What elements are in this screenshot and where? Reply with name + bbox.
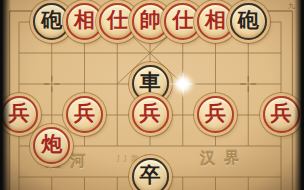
piece-glyph: 兵 <box>9 103 30 124</box>
xiangqi-piece[interactable]: 仕 <box>164 3 201 40</box>
xiangqi-piece[interactable]: 卒 <box>132 158 169 190</box>
xiangqi-piece[interactable]: 帥 <box>132 3 169 40</box>
xiangqi-piece[interactable]: 兵 <box>132 96 169 133</box>
xiangqi-piece[interactable]: 相 <box>66 3 103 40</box>
piece-glyph: 兵 <box>140 103 161 124</box>
xiangqi-piece[interactable]: 砲 <box>33 3 70 40</box>
xiangqi-piece[interactable]: 砲 <box>230 3 267 40</box>
xiangqi-piece[interactable]: 仕 <box>99 3 136 40</box>
xiangqi-piece[interactable]: 兵 <box>66 96 103 133</box>
xiangqi-piece[interactable]: 兵 <box>197 96 234 133</box>
piece-glyph: 兵 <box>271 103 292 124</box>
xiangqi-piece[interactable]: 炮 <box>33 127 70 164</box>
piece-glyph: 炮 <box>41 134 62 155</box>
piece-glyph: 仕 <box>107 10 128 31</box>
piece-glyph: 砲 <box>41 10 62 31</box>
xiangqi-app-frame: 楚河 JJ象棋 汉界 九 砲相仕帥仕相砲車兵兵兵兵兵炮卒 <box>0 0 304 190</box>
file-coordinate-label: 九 <box>288 1 295 11</box>
xiangqi-piece[interactable]: 相 <box>197 3 234 40</box>
piece-glyph: 帥 <box>140 10 161 31</box>
piece-glyph: 砲 <box>238 10 259 31</box>
piece-glyph: 卒 <box>140 165 161 186</box>
xiangqi-piece[interactable]: 兵 <box>263 96 300 133</box>
piece-glyph: 兵 <box>74 103 95 124</box>
piece-glyph: 相 <box>205 10 226 31</box>
piece-glyph: 車 <box>140 72 161 93</box>
piece-glyph: 仕 <box>172 10 193 31</box>
piece-glyph: 相 <box>74 10 95 31</box>
river-label-right: 汉界 <box>200 149 248 168</box>
xiangqi-piece[interactable]: 兵 <box>1 96 38 133</box>
piece-glyph: 兵 <box>205 103 226 124</box>
